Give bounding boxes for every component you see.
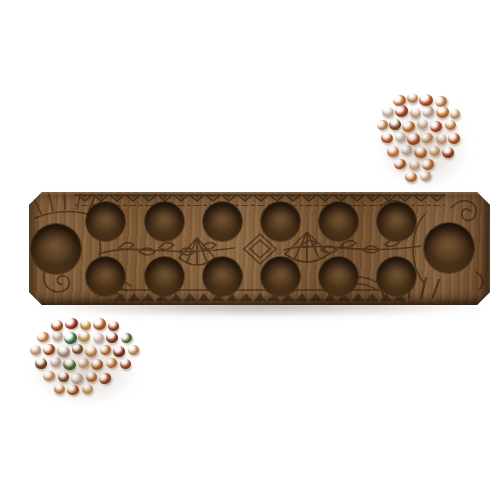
gemstone-bead [92, 318, 106, 331]
store-pit-right[interactable] [424, 223, 474, 273]
gemstone-bead [49, 357, 61, 368]
product-photo-stage [0, 0, 500, 500]
pit-bottom-2[interactable] [145, 257, 184, 296]
gemstone-bead [85, 372, 97, 383]
gemstone-bead [401, 120, 415, 132]
pit-bottom-6[interactable] [377, 257, 416, 296]
gemstone-bead [29, 345, 41, 356]
pit-bottom-4[interactable] [261, 257, 300, 296]
store-pit-left[interactable] [31, 224, 81, 274]
pit-top-2[interactable] [145, 202, 184, 241]
gemstone-bead [107, 320, 120, 332]
gemstone-bead [50, 319, 64, 332]
pit-bottom-5[interactable] [319, 257, 358, 296]
pit-bottom-1[interactable] [86, 257, 125, 296]
pit-top-5[interactable] [319, 202, 358, 241]
gemstone-bead [71, 344, 82, 354]
pit-top-4[interactable] [261, 202, 300, 241]
pit-bottom-3[interactable] [203, 257, 242, 296]
gemstone-bead [448, 132, 460, 143]
pit-top-6[interactable] [377, 202, 416, 241]
gemstone-bead [405, 92, 418, 105]
gemstone-bead [450, 109, 460, 119]
gemstone-bead [64, 317, 78, 330]
pit-top-3[interactable] [203, 202, 242, 241]
gemstone-bead [91, 358, 103, 369]
pit-top-1[interactable] [86, 202, 125, 241]
mancala-board [29, 192, 490, 305]
